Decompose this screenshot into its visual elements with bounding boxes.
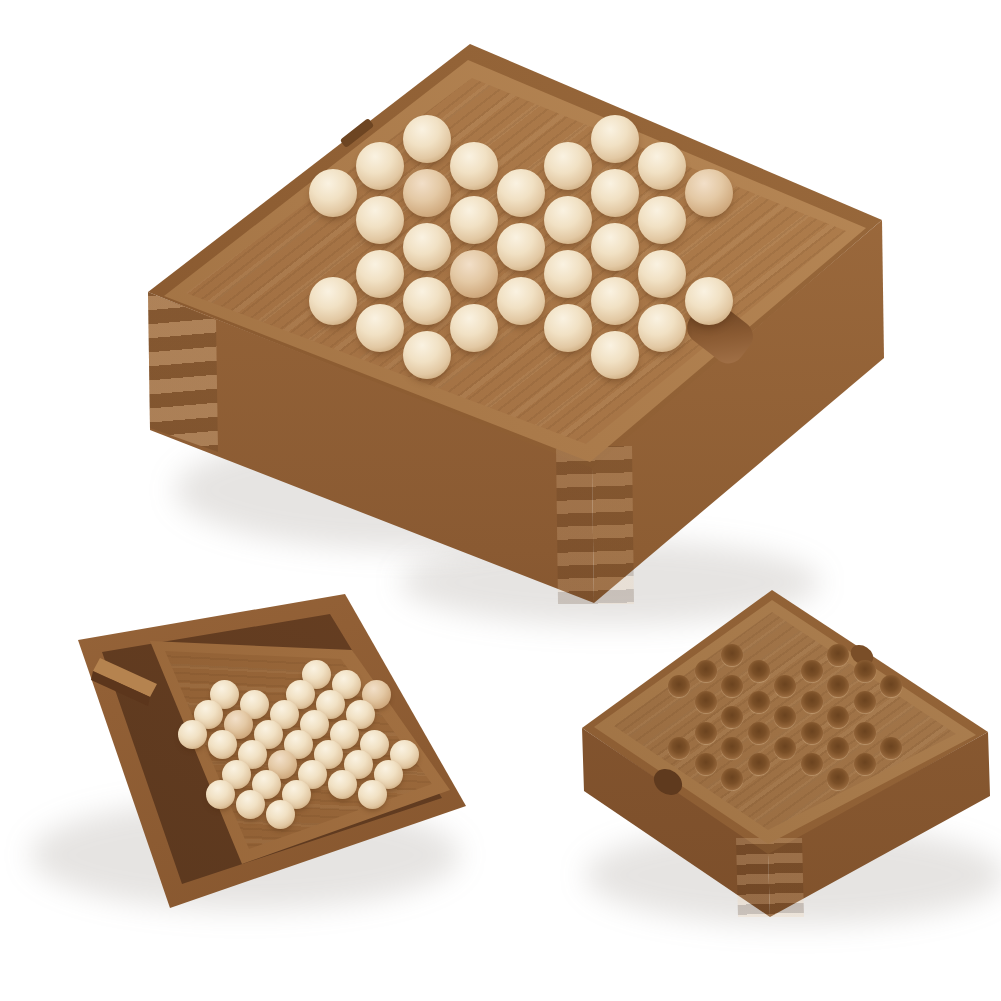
peg-hole — [854, 753, 876, 775]
marble — [266, 800, 295, 829]
marble — [358, 780, 387, 809]
peg-hole — [827, 644, 849, 666]
marble — [403, 223, 451, 271]
marble — [309, 277, 357, 325]
peg-hole — [695, 753, 717, 775]
peg-hole — [695, 691, 717, 713]
marble — [591, 331, 639, 379]
peg-hole — [880, 675, 902, 697]
peg-hole — [774, 706, 796, 728]
marble — [497, 223, 545, 271]
peg-hole — [827, 706, 849, 728]
marble — [591, 169, 639, 217]
marble — [497, 169, 545, 217]
marble — [356, 250, 404, 298]
marble — [638, 250, 686, 298]
marble — [450, 142, 498, 190]
marble — [544, 304, 592, 352]
peg-hole — [721, 644, 743, 666]
marble — [356, 142, 404, 190]
marble — [544, 250, 592, 298]
peg-hole — [721, 768, 743, 790]
peg-hole — [721, 706, 743, 728]
marble — [591, 277, 639, 325]
peg-hole — [748, 722, 770, 744]
peg-hole — [801, 722, 823, 744]
marble — [208, 730, 237, 759]
marble — [328, 770, 357, 799]
marble — [591, 223, 639, 271]
peg-hole — [827, 737, 849, 759]
marble — [685, 169, 733, 217]
peg-hole — [854, 722, 876, 744]
marble — [450, 250, 498, 298]
marble — [178, 720, 207, 749]
peg-hole — [668, 675, 690, 697]
marble — [403, 277, 451, 325]
peg-hole — [827, 768, 849, 790]
marble — [236, 790, 265, 819]
marble — [544, 142, 592, 190]
marble — [591, 115, 639, 163]
marble — [685, 277, 733, 325]
peg-hole — [880, 737, 902, 759]
marble — [309, 169, 357, 217]
peg-hole — [774, 737, 796, 759]
peg-hole — [668, 737, 690, 759]
peg-hole — [854, 691, 876, 713]
marble — [497, 277, 545, 325]
hole-grid-empty — [0, 0, 1001, 1001]
marble — [403, 169, 451, 217]
peg-hole — [721, 737, 743, 759]
peg-hole — [801, 691, 823, 713]
marble — [544, 196, 592, 244]
peg-hole — [748, 691, 770, 713]
marble — [638, 142, 686, 190]
marble — [356, 304, 404, 352]
marble — [638, 304, 686, 352]
marble — [450, 196, 498, 244]
product-photo-peg-solitaire — [0, 0, 1001, 1001]
marble — [206, 780, 235, 809]
peg-hole — [801, 753, 823, 775]
peg-hole — [854, 660, 876, 682]
view-empty-board — [0, 0, 1001, 1001]
peg-hole — [827, 675, 849, 697]
marble — [403, 331, 451, 379]
marble — [450, 304, 498, 352]
peg-hole — [748, 753, 770, 775]
peg-hole — [695, 660, 717, 682]
peg-hole — [695, 722, 717, 744]
peg-hole — [748, 660, 770, 682]
peg-hole — [774, 675, 796, 697]
peg-hole — [801, 660, 823, 682]
marble — [638, 196, 686, 244]
marble — [403, 115, 451, 163]
peg-hole — [721, 675, 743, 697]
marble — [356, 196, 404, 244]
